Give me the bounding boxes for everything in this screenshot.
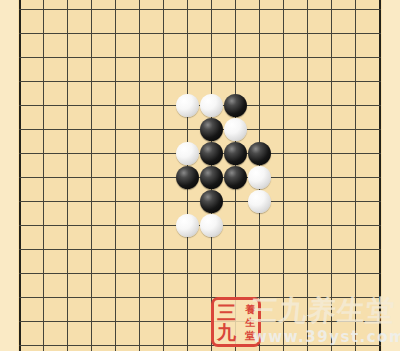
grid-vertical-line [91, 0, 92, 351]
black-stone [248, 142, 271, 165]
black-stone [200, 142, 223, 165]
white-stone [176, 142, 199, 165]
black-stone [200, 118, 223, 141]
grid-horizontal-line [19, 9, 381, 10]
grid-horizontal-line [19, 81, 381, 82]
board-left-margin [0, 0, 18, 351]
black-stone [224, 94, 247, 117]
white-stone [200, 94, 223, 117]
go-board-diagram: 三 九 養 生 堂 三九养生堂 www.39yst.com [0, 0, 400, 351]
white-stone [224, 118, 247, 141]
grid-horizontal-line [19, 57, 381, 58]
grid-horizontal-line [19, 33, 381, 34]
white-stone [248, 190, 271, 213]
grid-vertical-line [115, 0, 116, 351]
white-stone [200, 214, 223, 237]
grid-vertical-line [43, 0, 44, 351]
white-stone [176, 94, 199, 117]
black-stone [200, 190, 223, 213]
grid-vertical-line [163, 0, 164, 351]
seal-char: 三 [217, 302, 236, 322]
seal-big-characters: 三 九 [217, 302, 236, 342]
black-stone [224, 142, 247, 165]
grid-vertical-line [67, 0, 68, 351]
grid-vertical-line [19, 0, 21, 351]
black-stone [176, 166, 199, 189]
grid-horizontal-line [19, 273, 381, 274]
white-stone [248, 166, 271, 189]
black-stone [200, 166, 223, 189]
grid-vertical-line [139, 0, 140, 351]
seal-char: 九 [217, 322, 236, 342]
watermark-url: www.39yst.com [253, 328, 400, 346]
black-stone [224, 166, 247, 189]
white-stone [176, 214, 199, 237]
watermark-title: 三九养生堂 [248, 292, 400, 330]
grid-horizontal-line [19, 249, 381, 250]
